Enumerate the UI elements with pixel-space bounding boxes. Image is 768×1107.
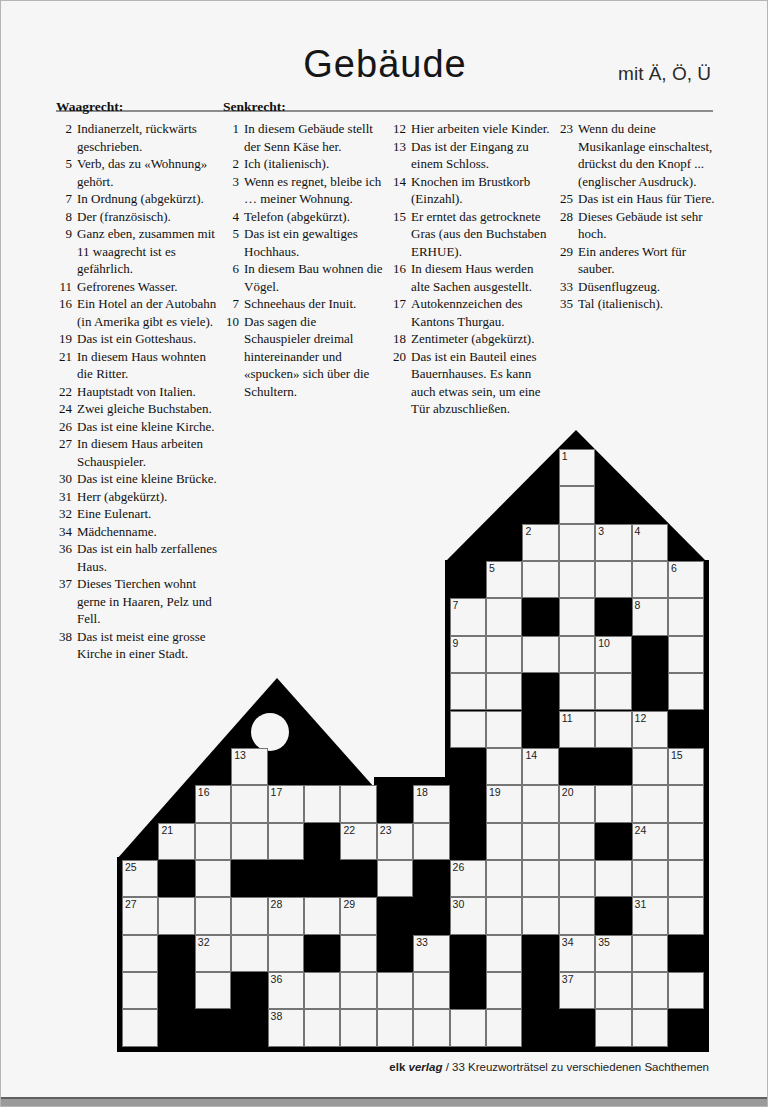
grid-cell[interactable]: 12 xyxy=(632,711,668,748)
grid-cell[interactable] xyxy=(522,860,558,897)
grid-cell[interactable]: 18 xyxy=(413,785,449,822)
grid-cell[interactable] xyxy=(304,972,340,1009)
cell-number: 21 xyxy=(161,824,173,836)
grid-cell[interactable] xyxy=(668,785,704,822)
grid-cell[interactable]: 26 xyxy=(450,860,486,897)
cell-number: 19 xyxy=(489,786,501,798)
grid-cell[interactable]: 21 xyxy=(158,823,194,860)
grid-cell[interactable] xyxy=(340,972,376,1009)
cell-number: 34 xyxy=(562,936,574,948)
grid-cell[interactable] xyxy=(668,897,704,934)
grid-cell[interactable]: 1 xyxy=(559,449,595,486)
grid-cell[interactable]: 20 xyxy=(559,785,595,822)
grid-cell[interactable] xyxy=(632,748,668,785)
cell-number: 13 xyxy=(234,749,246,761)
grid-cell[interactable] xyxy=(522,785,558,822)
grid-cell[interactable] xyxy=(668,598,704,635)
grid-cell[interactable] xyxy=(486,935,522,972)
grid-cell[interactable] xyxy=(595,785,631,822)
grid-cell[interactable] xyxy=(522,897,558,934)
cell-number: 9 xyxy=(453,637,459,649)
grid-cell[interactable] xyxy=(595,1009,631,1046)
cell-number: 26 xyxy=(453,861,465,873)
cell-number: 18 xyxy=(416,786,428,798)
grid-cell[interactable] xyxy=(195,972,231,1009)
grid-cell[interactable]: 27 xyxy=(122,897,158,934)
grid-cell[interactable] xyxy=(559,860,595,897)
cell-number: 35 xyxy=(598,936,610,948)
cell-number: 32 xyxy=(198,936,210,948)
grid-cell[interactable] xyxy=(304,1009,340,1046)
grid-cell[interactable] xyxy=(158,897,194,934)
grid-cell[interactable] xyxy=(268,823,304,860)
grid-cell[interactable] xyxy=(486,823,522,860)
grid-cell[interactable]: 37 xyxy=(559,972,595,1009)
grid-cell[interactable] xyxy=(486,673,522,710)
grid-cell[interactable] xyxy=(595,561,631,598)
grid-cell[interactable] xyxy=(559,673,595,710)
grid-cell[interactable] xyxy=(304,897,340,934)
grid-cell[interactable]: 5 xyxy=(486,561,522,598)
grid-cell[interactable] xyxy=(559,823,595,860)
cell-number: 5 xyxy=(489,562,495,574)
grid-cell[interactable]: 17 xyxy=(268,785,304,822)
cell-number: 37 xyxy=(562,973,574,985)
cell-number: 7 xyxy=(453,599,459,611)
cell-number: 15 xyxy=(671,749,683,761)
grid-cell[interactable] xyxy=(595,860,631,897)
grid-cell[interactable]: 2 xyxy=(522,524,558,561)
cell-number: 11 xyxy=(562,712,573,724)
grid-cell[interactable]: 23 xyxy=(377,823,413,860)
grid-cell[interactable]: 31 xyxy=(632,897,668,934)
grid-cell[interactable]: 24 xyxy=(632,823,668,860)
cell-number: 27 xyxy=(125,898,137,910)
grid-cell[interactable] xyxy=(122,935,158,972)
grid-cell[interactable]: 34 xyxy=(559,935,595,972)
cell-number: 8 xyxy=(635,599,641,611)
grid-cell[interactable] xyxy=(668,823,704,860)
grid-cell[interactable] xyxy=(450,673,486,710)
cell-number: 12 xyxy=(635,712,647,724)
grid-cell[interactable] xyxy=(268,935,304,972)
grid-cell[interactable] xyxy=(486,636,522,673)
round-window xyxy=(251,713,289,751)
grid-cell[interactable] xyxy=(559,524,595,561)
grid-cell[interactable] xyxy=(522,823,558,860)
grid-cell[interactable] xyxy=(340,785,376,822)
grid-cell[interactable] xyxy=(595,972,631,1009)
grid-cell[interactable] xyxy=(486,1009,522,1046)
grid-cell[interactable]: 29 xyxy=(340,897,376,934)
grid-cell[interactable] xyxy=(377,1009,413,1046)
grid-cell[interactable] xyxy=(559,897,595,934)
grid-cell[interactable] xyxy=(486,748,522,785)
grid-cell[interactable]: 7 xyxy=(450,598,486,635)
grid-cell[interactable] xyxy=(413,1009,449,1046)
grid-cell[interactable]: 28 xyxy=(268,897,304,934)
cell-number: 33 xyxy=(416,936,428,948)
grid-cell[interactable] xyxy=(450,711,486,748)
grid-cell[interactable] xyxy=(195,823,231,860)
grid-cell[interactable] xyxy=(413,972,449,1009)
grid-cell[interactable] xyxy=(450,1009,486,1046)
footer-text: / 33 Kreuzworträtsel zu verschiedenen Sa… xyxy=(442,1061,709,1073)
grid-cell[interactable] xyxy=(122,972,158,1009)
grid-cell[interactable] xyxy=(195,897,231,934)
cell-number: 17 xyxy=(271,786,283,798)
grid-cell[interactable] xyxy=(668,673,704,710)
cell-number: 2 xyxy=(525,525,531,537)
grid-cell[interactable] xyxy=(595,673,631,710)
puzzle-page: Gebäude mit Ä, Ö, Ü Waagrecht:2Indianerz… xyxy=(0,0,768,1107)
grid-cell[interactable] xyxy=(595,711,631,748)
grid-cell[interactable]: 4 xyxy=(632,524,668,561)
page-bottom-edge xyxy=(1,1097,768,1107)
cell-number: 10 xyxy=(598,637,610,649)
cell-number: 4 xyxy=(635,525,641,537)
cell-number: 30 xyxy=(453,898,465,910)
grid-cell[interactable] xyxy=(668,972,704,1009)
grid-cell[interactable] xyxy=(231,823,267,860)
grid-cell[interactable]: 16 xyxy=(195,785,231,822)
grid-cell[interactable] xyxy=(559,561,595,598)
grid-cell[interactable]: 32 xyxy=(195,935,231,972)
grid-cell[interactable]: 11 xyxy=(559,711,595,748)
grid-cell[interactable]: 36 xyxy=(268,972,304,1009)
grid-cell[interactable] xyxy=(559,486,595,523)
grid-cell[interactable]: 33 xyxy=(413,935,449,972)
cell-number: 16 xyxy=(198,786,210,798)
grid-cell[interactable]: 22 xyxy=(340,823,376,860)
grid-cell[interactable]: 25 xyxy=(122,860,158,897)
footer-publisher-italic: verlag xyxy=(409,1061,443,1073)
grid-cell[interactable] xyxy=(632,1009,668,1046)
grid-cell[interactable] xyxy=(668,636,704,673)
grid-cell[interactable] xyxy=(231,785,267,822)
grid-cell[interactable] xyxy=(632,935,668,972)
grid-cell[interactable]: 19 xyxy=(486,785,522,822)
grid-cell[interactable]: 30 xyxy=(450,897,486,934)
grid-cell[interactable] xyxy=(486,972,522,1009)
grid-cell[interactable] xyxy=(559,636,595,673)
grid-cell[interactable] xyxy=(413,823,449,860)
grid-cell[interactable] xyxy=(304,785,340,822)
cell-number: 31 xyxy=(635,898,647,910)
grid-cell[interactable]: 6 xyxy=(668,561,704,598)
cell-number: 3 xyxy=(598,525,604,537)
grid-cell[interactable] xyxy=(231,935,267,972)
grid-cell[interactable] xyxy=(195,860,231,897)
cell-number: 1 xyxy=(562,450,568,462)
grid-cell[interactable] xyxy=(486,897,522,934)
grid-cell[interactable]: 13 xyxy=(231,748,267,785)
cell-number: 23 xyxy=(380,824,392,836)
footer-publisher-bold: elk xyxy=(389,1061,405,1073)
cell-number: 22 xyxy=(343,824,355,836)
grid-cell[interactable] xyxy=(632,860,668,897)
grid-cell[interactable] xyxy=(486,860,522,897)
grid-cell[interactable]: 9 xyxy=(450,636,486,673)
cell-number: 36 xyxy=(271,973,283,985)
grid-cell[interactable] xyxy=(377,860,413,897)
grid-cell[interactable] xyxy=(632,972,668,1009)
grid-cell[interactable]: 14 xyxy=(522,748,558,785)
cell-number: 29 xyxy=(343,898,355,910)
cell-number: 28 xyxy=(271,898,283,910)
grid-cell[interactable]: 15 xyxy=(668,748,704,785)
cell-number: 25 xyxy=(125,861,137,873)
grid-cell[interactable] xyxy=(377,972,413,1009)
grid-cell[interactable] xyxy=(632,785,668,822)
grid-cell[interactable] xyxy=(559,598,595,635)
grid-cell[interactable] xyxy=(122,1009,158,1046)
grid-cell[interactable] xyxy=(522,561,558,598)
grid-cell[interactable] xyxy=(486,598,522,635)
cell-number: 20 xyxy=(562,786,574,798)
cell-number: 24 xyxy=(635,824,647,836)
grid-cell[interactable]: 10 xyxy=(595,636,631,673)
grid-cell[interactable]: 3 xyxy=(595,524,631,561)
grid-cell[interactable]: 38 xyxy=(268,1009,304,1046)
annex-block xyxy=(374,777,416,823)
footer-credit: elk verlag / 33 Kreuzworträtsel zu versc… xyxy=(389,1061,709,1073)
cell-number: 6 xyxy=(671,562,677,574)
grid-cell[interactable] xyxy=(632,561,668,598)
grid-cell[interactable]: 8 xyxy=(632,598,668,635)
grid-cell[interactable]: 35 xyxy=(595,935,631,972)
grid-cell[interactable] xyxy=(340,935,376,972)
grid-cell[interactable] xyxy=(231,897,267,934)
cell-number: 38 xyxy=(271,1010,283,1022)
grid-cell[interactable] xyxy=(668,860,704,897)
grid-cell[interactable] xyxy=(486,711,522,748)
grid-cell[interactable] xyxy=(340,1009,376,1046)
grid-cell[interactable] xyxy=(522,636,558,673)
cell-number: 14 xyxy=(525,749,537,761)
